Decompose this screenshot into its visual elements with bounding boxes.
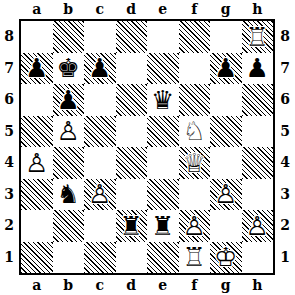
- piece-wQ-f4[interactable]: ♕: [179, 147, 211, 179]
- square-b4[interactable]: [53, 147, 85, 179]
- rank-label-6: 6: [276, 84, 294, 116]
- square-e3[interactable]: [147, 179, 179, 211]
- piece-bQ-e6[interactable]: ♛: [147, 84, 179, 116]
- square-g3[interactable]: ♟♙: [210, 179, 242, 211]
- square-a7[interactable]: ♟: [21, 53, 53, 85]
- square-g1[interactable]: ♚♔: [210, 242, 242, 274]
- file-label-d: d: [116, 276, 148, 294]
- chess-diagram: abcdefgh 87654321 87654321 ♜♖♟♚♟♟♟♟♛♟♙♞♘…: [0, 0, 295, 295]
- square-c6[interactable]: [84, 84, 116, 116]
- square-b7[interactable]: ♚: [53, 53, 85, 85]
- rank-label-3: 3: [0, 179, 18, 211]
- square-c3[interactable]: ♟♙: [84, 179, 116, 211]
- square-f1[interactable]: ♜♖: [179, 242, 211, 274]
- square-f4[interactable]: ♛♕: [179, 147, 211, 179]
- chess-board: ♜♖♟♚♟♟♟♟♛♟♙♞♘♟♙♛♕♞♟♙♟♙♜♜♟♙♟♙♜♖♚♔: [19, 19, 275, 275]
- square-c7[interactable]: ♟: [84, 53, 116, 85]
- square-h4[interactable]: [242, 147, 274, 179]
- piece-wP-f2[interactable]: ♙: [179, 210, 211, 242]
- square-a2[interactable]: [21, 210, 53, 242]
- rank-label-2: 2: [0, 210, 18, 242]
- file-label-a: a: [21, 276, 53, 294]
- square-f7[interactable]: [179, 53, 211, 85]
- piece-bP-g7[interactable]: ♟: [210, 53, 242, 85]
- square-a1[interactable]: [21, 242, 53, 274]
- piece-fill: ♟: [210, 179, 242, 211]
- piece-bP-a7[interactable]: ♟: [21, 53, 53, 85]
- square-c2[interactable]: [84, 210, 116, 242]
- rank-labels-left: 87654321: [0, 21, 18, 273]
- square-f2[interactable]: ♟♙: [179, 210, 211, 242]
- rank-label-5: 5: [276, 116, 294, 148]
- piece-wK-g1[interactable]: ♔: [210, 242, 242, 274]
- file-labels-top: abcdefgh: [21, 0, 273, 18]
- piece-fill: ♟: [179, 210, 211, 242]
- file-label-e: e: [147, 0, 179, 18]
- square-d3[interactable]: [116, 179, 148, 211]
- file-label-d: d: [116, 0, 148, 18]
- rank-label-5: 5: [0, 116, 18, 148]
- piece-bN-b3[interactable]: ♞: [53, 179, 85, 211]
- piece-bP-h7[interactable]: ♟: [242, 53, 274, 85]
- file-label-a: a: [21, 0, 53, 18]
- square-h7[interactable]: ♟: [242, 53, 274, 85]
- square-g2[interactable]: [210, 210, 242, 242]
- square-d5[interactable]: [116, 116, 148, 148]
- piece-fill: ♟: [21, 147, 53, 179]
- piece-bR-e2[interactable]: ♜: [147, 210, 179, 242]
- square-d2[interactable]: ♜: [116, 210, 148, 242]
- square-h8[interactable]: ♜♖: [242, 21, 274, 53]
- file-label-f: f: [179, 0, 211, 18]
- square-g4[interactable]: [210, 147, 242, 179]
- square-c8[interactable]: [84, 21, 116, 53]
- file-label-b: b: [53, 0, 85, 18]
- rank-label-8: 8: [0, 21, 18, 53]
- square-f6[interactable]: [179, 84, 211, 116]
- square-g7[interactable]: ♟: [210, 53, 242, 85]
- square-e4[interactable]: [147, 147, 179, 179]
- file-label-g: g: [210, 0, 242, 18]
- file-label-c: c: [84, 276, 116, 294]
- square-d1[interactable]: [116, 242, 148, 274]
- piece-bP-c7[interactable]: ♟: [84, 53, 116, 85]
- piece-fill: ♜: [242, 21, 274, 53]
- square-g5[interactable]: [210, 116, 242, 148]
- rank-label-7: 7: [0, 53, 18, 85]
- piece-fill: ♜: [179, 242, 211, 274]
- square-e5[interactable]: [147, 116, 179, 148]
- square-e2[interactable]: ♜: [147, 210, 179, 242]
- square-a3[interactable]: [21, 179, 53, 211]
- square-b6[interactable]: ♟: [53, 84, 85, 116]
- piece-wR-f1[interactable]: ♖: [179, 242, 211, 274]
- piece-fill: ♞: [179, 116, 211, 148]
- square-h6[interactable]: [242, 84, 274, 116]
- piece-wP-g3[interactable]: ♙: [210, 179, 242, 211]
- rank-label-6: 6: [0, 84, 18, 116]
- square-e1[interactable]: [147, 242, 179, 274]
- piece-wR-h8[interactable]: ♖: [242, 21, 274, 53]
- rank-labels-right: 87654321: [276, 21, 294, 273]
- square-g8[interactable]: [210, 21, 242, 53]
- file-label-b: b: [53, 276, 85, 294]
- piece-wP-h2[interactable]: ♙: [242, 210, 274, 242]
- square-d4[interactable]: [116, 147, 148, 179]
- square-h5[interactable]: [242, 116, 274, 148]
- square-c1[interactable]: [84, 242, 116, 274]
- square-f8[interactable]: [179, 21, 211, 53]
- rank-label-4: 4: [276, 147, 294, 179]
- square-d8[interactable]: [116, 21, 148, 53]
- square-c5[interactable]: [84, 116, 116, 148]
- square-d7[interactable]: [116, 53, 148, 85]
- rank-label-4: 4: [0, 147, 18, 179]
- file-label-c: c: [84, 0, 116, 18]
- square-b8[interactable]: [53, 21, 85, 53]
- piece-wP-a4[interactable]: ♙: [21, 147, 53, 179]
- square-b5[interactable]: ♟♙: [53, 116, 85, 148]
- piece-wN-f5[interactable]: ♘: [179, 116, 211, 148]
- square-b1[interactable]: [53, 242, 85, 274]
- square-e6[interactable]: ♛: [147, 84, 179, 116]
- rank-label-8: 8: [276, 21, 294, 53]
- square-a4[interactable]: ♟♙: [21, 147, 53, 179]
- piece-fill: ♟: [84, 179, 116, 211]
- rank-label-1: 1: [276, 242, 294, 274]
- square-f3[interactable]: [179, 179, 211, 211]
- piece-bK-b7[interactable]: ♚: [53, 53, 85, 85]
- rank-label-2: 2: [276, 210, 294, 242]
- square-e8[interactable]: [147, 21, 179, 53]
- square-e7[interactable]: [147, 53, 179, 85]
- file-label-h: h: [242, 0, 274, 18]
- piece-fill: ♛: [179, 147, 211, 179]
- square-a6[interactable]: [21, 84, 53, 116]
- file-label-h: h: [242, 276, 274, 294]
- rank-label-1: 1: [0, 242, 18, 274]
- piece-wP-b5[interactable]: ♙: [53, 116, 85, 148]
- square-a5[interactable]: [21, 116, 53, 148]
- square-f5[interactable]: ♞♘: [179, 116, 211, 148]
- file-labels-bottom: abcdefgh: [21, 276, 273, 294]
- square-h2[interactable]: ♟♙: [242, 210, 274, 242]
- piece-fill: ♚: [210, 242, 242, 274]
- file-label-f: f: [179, 276, 211, 294]
- square-b2[interactable]: [53, 210, 85, 242]
- rank-label-3: 3: [276, 179, 294, 211]
- piece-fill: ♟: [242, 210, 274, 242]
- piece-bP-b6[interactable]: ♟: [53, 84, 85, 116]
- square-d6[interactable]: [116, 84, 148, 116]
- file-label-g: g: [210, 276, 242, 294]
- square-c4[interactable]: [84, 147, 116, 179]
- piece-wP-c3[interactable]: ♙: [84, 179, 116, 211]
- piece-fill: ♟: [53, 116, 85, 148]
- rank-label-7: 7: [276, 53, 294, 85]
- square-g6[interactable]: [210, 84, 242, 116]
- square-a8[interactable]: [21, 21, 53, 53]
- square-h3[interactable]: [242, 179, 274, 211]
- piece-bR-d2[interactable]: ♜: [116, 210, 148, 242]
- square-b3[interactable]: ♞: [53, 179, 85, 211]
- file-label-e: e: [147, 276, 179, 294]
- square-h1[interactable]: [242, 242, 274, 274]
